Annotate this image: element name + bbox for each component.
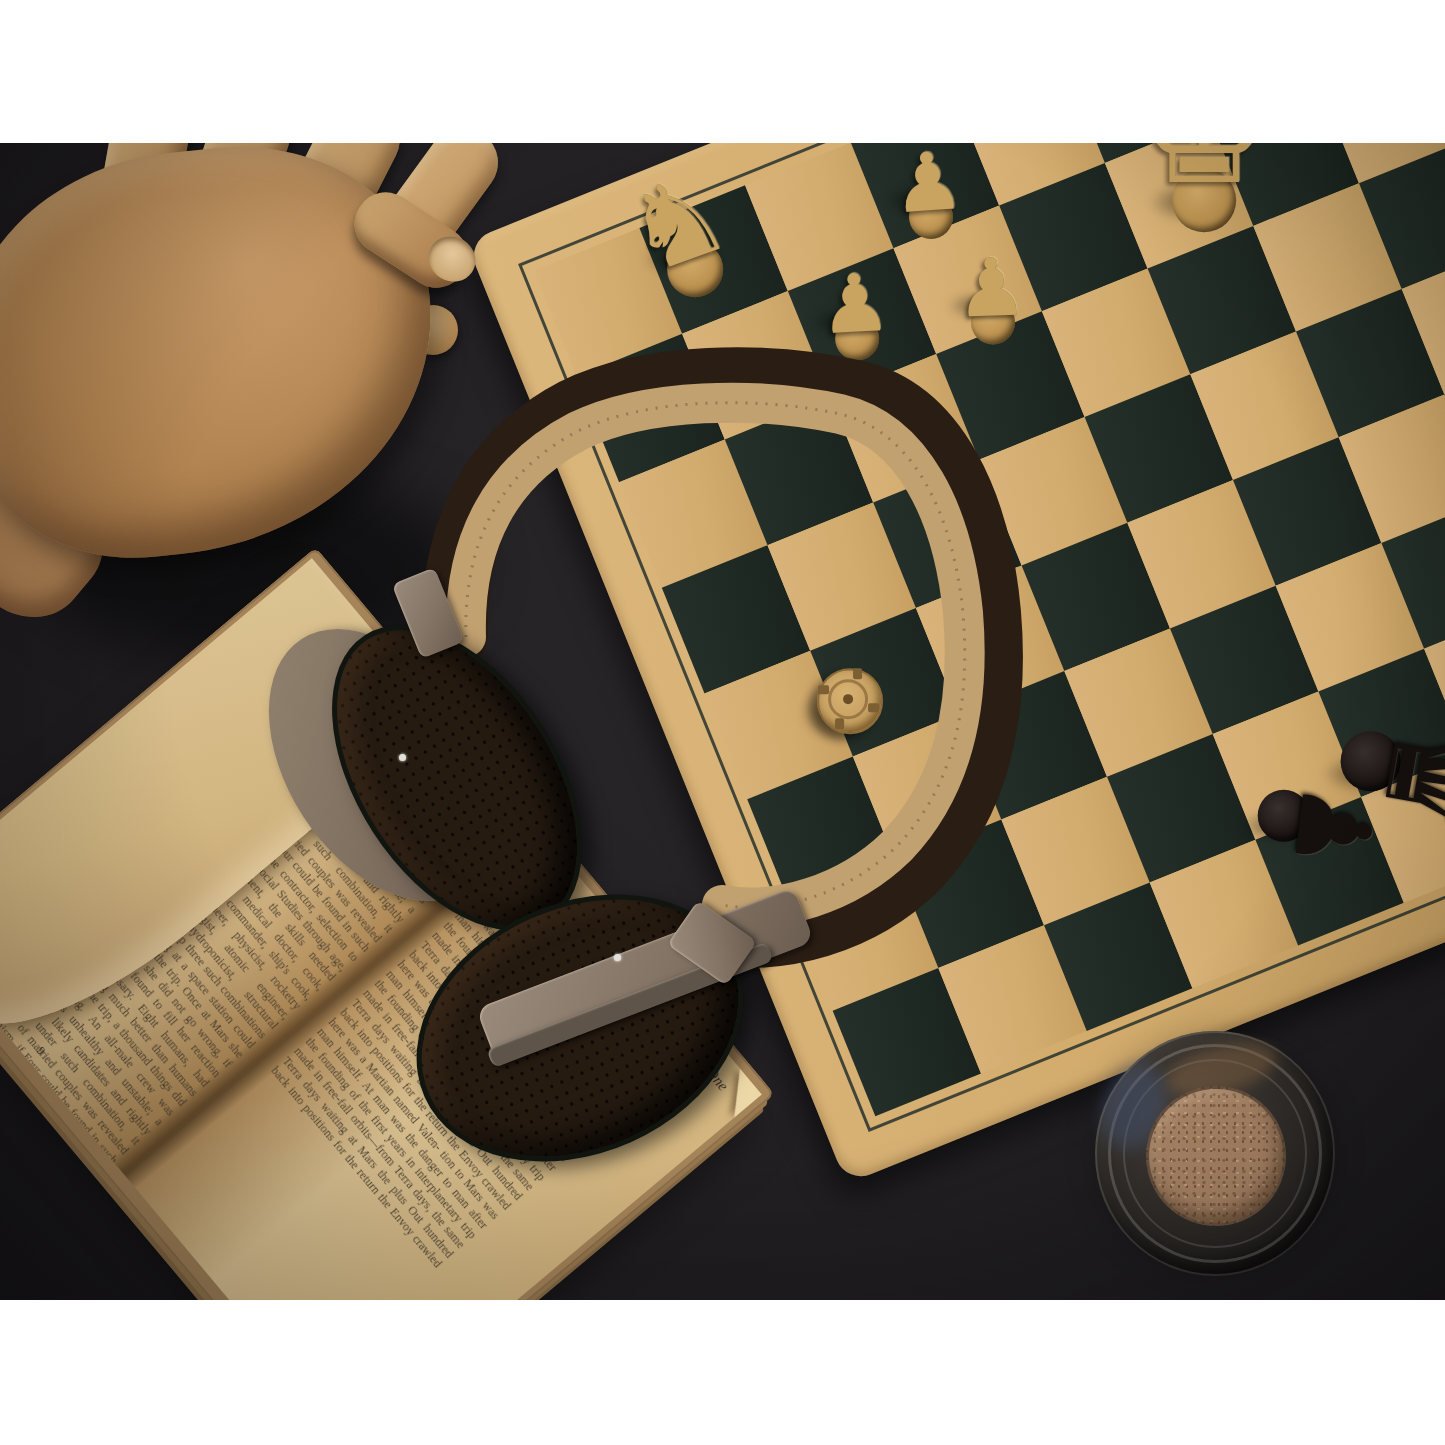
metal-pin (614, 954, 621, 961)
metal-pin (399, 754, 406, 761)
cork-stopper (1146, 1086, 1286, 1226)
frame-matte-bottom (0, 1300, 1445, 1445)
cork-jar (1095, 1031, 1335, 1276)
photo-area: ♞♟♟♟♚♟♛ Only by refueling at a space sta… (0, 143, 1445, 1300)
frame-matte-top (0, 0, 1445, 143)
framed-photo: ♞♟♟♟♚♟♛ Only by refueling at a space sta… (0, 0, 1445, 1445)
